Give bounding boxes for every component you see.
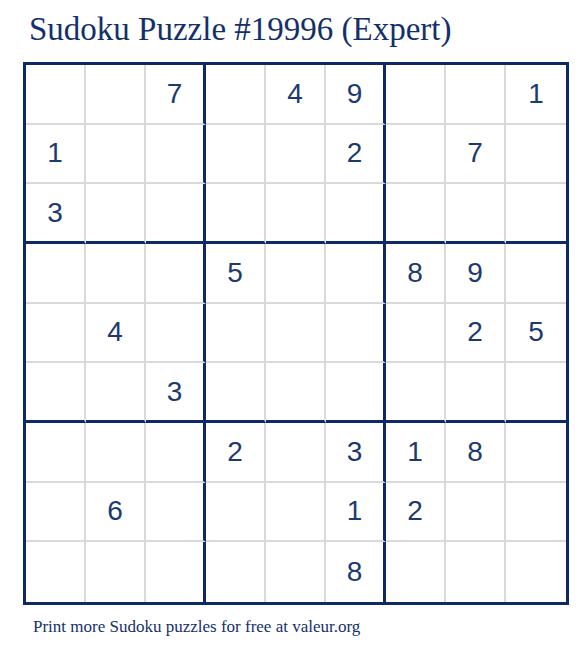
cell-r3c6[interactable]: [326, 184, 386, 244]
cell-r5c2[interactable]: 4: [86, 304, 146, 364]
cell-r9c9[interactable]: [506, 542, 566, 602]
cell-r6c4[interactable]: [206, 363, 266, 423]
cell-r1c9[interactable]: 1: [506, 65, 566, 125]
cell-r2c7[interactable]: [386, 125, 446, 185]
cell-r2c9[interactable]: [506, 125, 566, 185]
cell-r3c2[interactable]: [86, 184, 146, 244]
cell-r4c4[interactable]: 5: [206, 244, 266, 304]
cell-r6c7[interactable]: [386, 363, 446, 423]
cell-r8c9[interactable]: [506, 483, 566, 543]
cell-r8c2[interactable]: 6: [86, 483, 146, 543]
cell-r2c1[interactable]: 1: [26, 125, 86, 185]
cell-r2c6[interactable]: 2: [326, 125, 386, 185]
cell-r7c4[interactable]: 2: [206, 423, 266, 483]
cell-r1c1[interactable]: [26, 65, 86, 125]
cell-r9c4[interactable]: [206, 542, 266, 602]
cell-r2c8[interactable]: 7: [446, 125, 506, 185]
cell-r3c5[interactable]: [266, 184, 326, 244]
cell-r6c9[interactable]: [506, 363, 566, 423]
cell-r5c1[interactable]: [26, 304, 86, 364]
cell-r3c4[interactable]: [206, 184, 266, 244]
cell-r7c2[interactable]: [86, 423, 146, 483]
cell-r2c4[interactable]: [206, 125, 266, 185]
cell-r5c7[interactable]: [386, 304, 446, 364]
cell-r8c1[interactable]: [26, 483, 86, 543]
cell-r5c3[interactable]: [146, 304, 206, 364]
cell-r1c3[interactable]: 7: [146, 65, 206, 125]
cell-r5c8[interactable]: 2: [446, 304, 506, 364]
cell-r8c7[interactable]: 2: [386, 483, 446, 543]
cell-r9c7[interactable]: [386, 542, 446, 602]
cell-r1c6[interactable]: 9: [326, 65, 386, 125]
cell-r4c2[interactable]: [86, 244, 146, 304]
cell-r3c1[interactable]: 3: [26, 184, 86, 244]
cell-r4c8[interactable]: 9: [446, 244, 506, 304]
cell-r3c8[interactable]: [446, 184, 506, 244]
cell-r5c4[interactable]: [206, 304, 266, 364]
cell-r4c6[interactable]: [326, 244, 386, 304]
cell-r9c5[interactable]: [266, 542, 326, 602]
cell-r7c6[interactable]: 3: [326, 423, 386, 483]
cell-r6c1[interactable]: [26, 363, 86, 423]
cell-r5c6[interactable]: [326, 304, 386, 364]
cell-r6c3[interactable]: 3: [146, 363, 206, 423]
cell-r4c1[interactable]: [26, 244, 86, 304]
cell-r2c3[interactable]: [146, 125, 206, 185]
cell-r5c5[interactable]: [266, 304, 326, 364]
cell-r6c6[interactable]: [326, 363, 386, 423]
cell-r7c1[interactable]: [26, 423, 86, 483]
cell-r2c5[interactable]: [266, 125, 326, 185]
cell-r7c7[interactable]: 1: [386, 423, 446, 483]
cell-r6c2[interactable]: [86, 363, 146, 423]
cell-r7c9[interactable]: [506, 423, 566, 483]
sudoku-board: 74911273589425323186128: [23, 62, 569, 605]
cell-r9c3[interactable]: [146, 542, 206, 602]
cell-r9c2[interactable]: [86, 542, 146, 602]
cell-r8c4[interactable]: [206, 483, 266, 543]
cell-r7c8[interactable]: 8: [446, 423, 506, 483]
cell-r1c2[interactable]: [86, 65, 146, 125]
cell-r9c6[interactable]: 8: [326, 542, 386, 602]
cell-r8c8[interactable]: [446, 483, 506, 543]
cell-r4c7[interactable]: 8: [386, 244, 446, 304]
cell-r2c2[interactable]: [86, 125, 146, 185]
cell-r3c9[interactable]: [506, 184, 566, 244]
cell-r8c5[interactable]: [266, 483, 326, 543]
cell-r3c3[interactable]: [146, 184, 206, 244]
cell-r4c9[interactable]: [506, 244, 566, 304]
page-title: Sudoku Puzzle #19996 (Expert): [29, 11, 452, 47]
cell-r6c5[interactable]: [266, 363, 326, 423]
cell-r1c4[interactable]: [206, 65, 266, 125]
cell-r3c7[interactable]: [386, 184, 446, 244]
cell-r7c3[interactable]: [146, 423, 206, 483]
cell-r5c9[interactable]: 5: [506, 304, 566, 364]
cell-r1c5[interactable]: 4: [266, 65, 326, 125]
cell-r4c3[interactable]: [146, 244, 206, 304]
footer-text: Print more Sudoku puzzles for free at va…: [33, 616, 360, 638]
cell-r8c6[interactable]: 1: [326, 483, 386, 543]
cell-r1c8[interactable]: [446, 65, 506, 125]
cell-r1c7[interactable]: [386, 65, 446, 125]
cell-r8c3[interactable]: [146, 483, 206, 543]
cell-r7c5[interactable]: [266, 423, 326, 483]
cell-r9c1[interactable]: [26, 542, 86, 602]
cell-r4c5[interactable]: [266, 244, 326, 304]
cell-r6c8[interactable]: [446, 363, 506, 423]
cell-r9c8[interactable]: [446, 542, 506, 602]
